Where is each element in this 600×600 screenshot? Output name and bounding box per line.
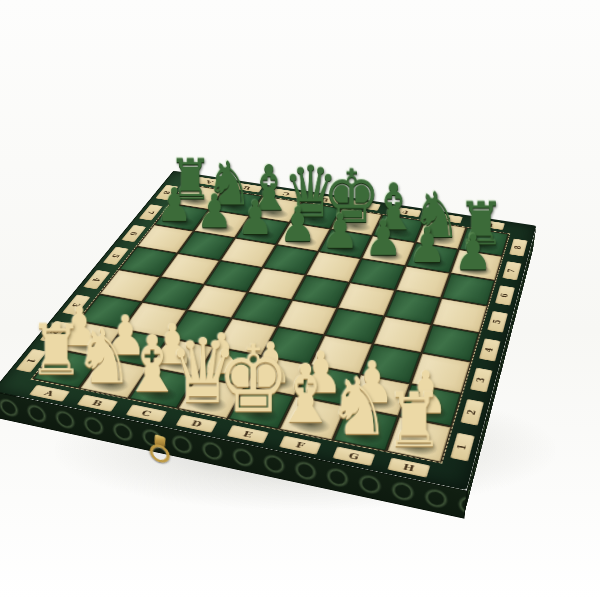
rook-glyph: ♜ [336, 384, 492, 456]
file-label-h-front-text: H [402, 462, 416, 472]
rank-label-6-left-text: 6 [128, 231, 139, 236]
rank-label-4-right-text: 4 [484, 347, 496, 353]
rank-label-5-left-text: 5 [110, 253, 121, 258]
rank-label-6-right: 6 [495, 285, 515, 305]
clasp-latch [149, 432, 170, 464]
rank-label-6-right-text: 6 [500, 293, 511, 298]
product-photo: ABCDEFGH ABCDEFGH 87654321 87654321 ♜♞♝♛… [0, 0, 600, 600]
rank-label-4-left-text: 4 [91, 277, 103, 282]
rank-label-5-right: 5 [487, 311, 508, 333]
rank-label-4-right: 4 [479, 338, 501, 361]
rank-label-5-right-text: 5 [492, 319, 503, 325]
piece-white-rook-h1[interactable]: ♜ [386, 416, 452, 463]
